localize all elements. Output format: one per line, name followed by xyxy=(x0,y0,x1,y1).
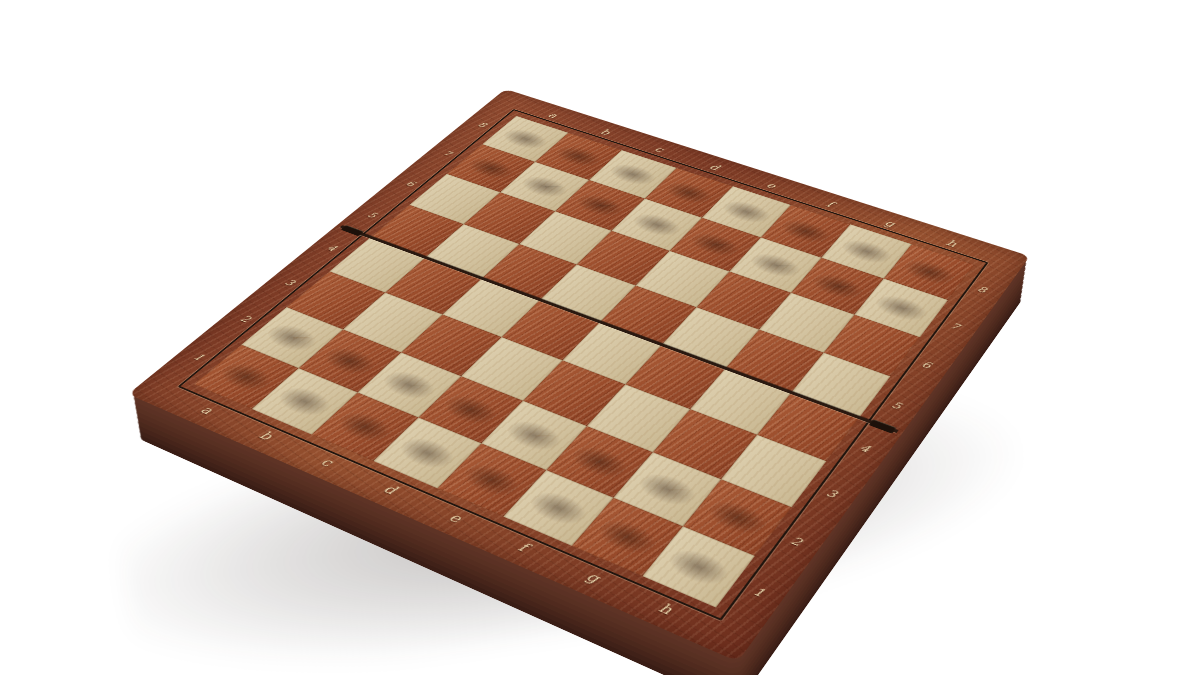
chess-board: aabbccddeeffgghh1122334455667788 ♜♞♝♛♚♝♞… xyxy=(128,89,1030,662)
scene: aabbccddeeffgghh1122334455667788 ♜♞♝♛♚♝♞… xyxy=(0,0,1200,675)
white-rook-glyph: ♜ xyxy=(645,497,752,572)
product-photo-stage: aabbccddeeffgghh1122334455667788 ♜♞♝♛♚♝♞… xyxy=(0,0,1200,675)
